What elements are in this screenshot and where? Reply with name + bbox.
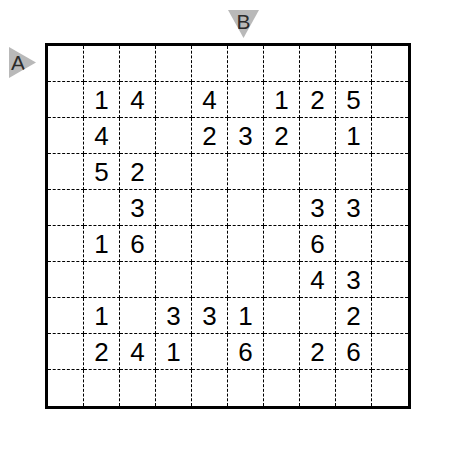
cell-r6c10[interactable]	[372, 226, 408, 262]
cell-r3c6[interactable]: 3	[228, 118, 264, 154]
cell-r2c7[interactable]: 1	[264, 82, 300, 118]
cell-r10c8[interactable]	[300, 370, 336, 406]
cell-r5c5[interactable]	[192, 190, 228, 226]
clue-number: 3	[166, 303, 180, 329]
clue-number: 1	[274, 87, 288, 113]
cell-r2c9[interactable]: 5	[336, 82, 372, 118]
cell-r9c10[interactable]	[372, 334, 408, 370]
clue-number: 6	[310, 231, 324, 257]
cell-r10c6[interactable]	[228, 370, 264, 406]
cell-r7c5[interactable]	[192, 262, 228, 298]
cell-r1c2[interactable]	[84, 46, 120, 82]
cell-r3c8[interactable]	[300, 118, 336, 154]
puzzle-page: A B 14412542321523331664313312241626	[0, 0, 457, 455]
cell-r3c2[interactable]: 4	[84, 118, 120, 154]
cell-r1c6[interactable]	[228, 46, 264, 82]
cell-r1c3[interactable]	[120, 46, 156, 82]
cell-r1c8[interactable]	[300, 46, 336, 82]
cell-r10c1[interactable]	[48, 370, 84, 406]
cell-r8c10[interactable]	[372, 298, 408, 334]
cell-r4c9[interactable]	[336, 154, 372, 190]
cell-r9c3[interactable]: 4	[120, 334, 156, 370]
clue-number: 4	[130, 87, 144, 113]
cell-r6c2[interactable]: 1	[84, 226, 120, 262]
clue-number: 4	[130, 339, 144, 365]
cell-r7c8[interactable]: 4	[300, 262, 336, 298]
answer-column-marker-b: B	[228, 10, 259, 38]
cell-r10c3[interactable]	[120, 370, 156, 406]
clue-number: 1	[238, 303, 252, 329]
cell-r7c10[interactable]	[372, 262, 408, 298]
cell-r2c1[interactable]	[48, 82, 84, 118]
clue-number: 2	[130, 159, 144, 185]
cell-r10c10[interactable]	[372, 370, 408, 406]
cell-r1c9[interactable]	[336, 46, 372, 82]
cell-r8c2[interactable]: 1	[84, 298, 120, 334]
cell-r3c1[interactable]	[48, 118, 84, 154]
cell-r6c3[interactable]: 6	[120, 226, 156, 262]
cell-r3c7[interactable]: 2	[264, 118, 300, 154]
clue-number: 2	[202, 123, 216, 149]
marker-b-label: B	[236, 11, 250, 32]
cell-r4c6[interactable]	[228, 154, 264, 190]
cell-r9c7[interactable]	[264, 334, 300, 370]
cell-r5c1[interactable]	[48, 190, 84, 226]
cell-r7c1[interactable]	[48, 262, 84, 298]
clue-number: 4	[202, 87, 216, 113]
cell-r9c9[interactable]: 6	[336, 334, 372, 370]
marker-a-label: A	[11, 52, 25, 73]
cell-r6c4[interactable]	[156, 226, 192, 262]
cell-r1c7[interactable]	[264, 46, 300, 82]
cell-r9c4[interactable]: 1	[156, 334, 192, 370]
cell-r4c1[interactable]	[48, 154, 84, 190]
cell-r8c3[interactable]	[120, 298, 156, 334]
cell-r8c5[interactable]: 3	[192, 298, 228, 334]
cell-r6c7[interactable]	[264, 226, 300, 262]
cell-r1c10[interactable]	[372, 46, 408, 82]
cell-r10c4[interactable]	[156, 370, 192, 406]
clue-number: 2	[94, 339, 108, 365]
cell-r4c4[interactable]	[156, 154, 192, 190]
cell-r4c10[interactable]	[372, 154, 408, 190]
puzzle-board: 14412542321523331664313312241626	[45, 43, 411, 409]
clue-number: 2	[274, 123, 288, 149]
cell-r8c1[interactable]	[48, 298, 84, 334]
cell-r7c4[interactable]	[156, 262, 192, 298]
cell-r7c7[interactable]	[264, 262, 300, 298]
clue-number: 6	[238, 339, 252, 365]
clue-number: 6	[130, 231, 144, 257]
cell-r7c9[interactable]: 3	[336, 262, 372, 298]
cell-r10c5[interactable]	[192, 370, 228, 406]
cell-r2c4[interactable]	[156, 82, 192, 118]
cell-r4c5[interactable]	[192, 154, 228, 190]
clue-number: 3	[202, 303, 216, 329]
cell-r8c8[interactable]	[300, 298, 336, 334]
cell-r2c2[interactable]: 1	[84, 82, 120, 118]
cell-r2c8[interactable]: 2	[300, 82, 336, 118]
cell-r4c3[interactable]: 2	[120, 154, 156, 190]
cell-r8c6[interactable]: 1	[228, 298, 264, 334]
cell-r1c4[interactable]	[156, 46, 192, 82]
cell-r7c3[interactable]	[120, 262, 156, 298]
cell-r8c7[interactable]	[264, 298, 300, 334]
puzzle-grid: 14412542321523331664313312241626	[48, 46, 408, 406]
clue-number: 1	[94, 303, 108, 329]
cell-r9c2[interactable]: 2	[84, 334, 120, 370]
cell-r5c2[interactable]	[84, 190, 120, 226]
cell-r10c7[interactable]	[264, 370, 300, 406]
cell-r3c9[interactable]: 1	[336, 118, 372, 154]
cell-r7c2[interactable]	[84, 262, 120, 298]
cell-r3c5[interactable]: 2	[192, 118, 228, 154]
clue-number: 3	[346, 267, 360, 293]
cell-r1c5[interactable]	[192, 46, 228, 82]
cell-r5c4[interactable]	[156, 190, 192, 226]
cell-r7c6[interactable]	[228, 262, 264, 298]
cell-r5c10[interactable]	[372, 190, 408, 226]
cell-r10c9[interactable]	[336, 370, 372, 406]
clue-number: 3	[310, 195, 324, 221]
clue-number: 2	[310, 339, 324, 365]
clue-number: 1	[166, 339, 180, 365]
cell-r6c5[interactable]	[192, 226, 228, 262]
cell-r9c5[interactable]	[192, 334, 228, 370]
cell-r1c1[interactable]	[48, 46, 84, 82]
cell-r2c6[interactable]	[228, 82, 264, 118]
clue-number: 2	[310, 87, 324, 113]
cell-r6c9[interactable]	[336, 226, 372, 262]
clue-number: 1	[94, 87, 108, 113]
clue-number: 4	[310, 267, 324, 293]
cell-r6c1[interactable]	[48, 226, 84, 262]
cell-r4c8[interactable]	[300, 154, 336, 190]
cell-r9c6[interactable]: 6	[228, 334, 264, 370]
clue-number: 5	[94, 159, 108, 185]
clue-number: 3	[130, 195, 144, 221]
cell-r10c2[interactable]	[84, 370, 120, 406]
cell-r3c10[interactable]	[372, 118, 408, 154]
cell-r2c3[interactable]: 4	[120, 82, 156, 118]
cell-r9c1[interactable]	[48, 334, 84, 370]
clue-number: 3	[346, 195, 360, 221]
clue-number: 4	[94, 123, 108, 149]
clue-number: 6	[346, 339, 360, 365]
cell-r5c3[interactable]: 3	[120, 190, 156, 226]
clue-number: 2	[346, 303, 360, 329]
cell-r3c4[interactable]	[156, 118, 192, 154]
cell-r9c8[interactable]: 2	[300, 334, 336, 370]
clue-number: 1	[346, 123, 360, 149]
cell-r2c5[interactable]: 4	[192, 82, 228, 118]
cell-r2c10[interactable]	[372, 82, 408, 118]
cell-r8c9[interactable]: 2	[336, 298, 372, 334]
cell-r5c7[interactable]	[264, 190, 300, 226]
cell-r4c7[interactable]	[264, 154, 300, 190]
cell-r3c3[interactable]	[120, 118, 156, 154]
cell-r5c9[interactable]: 3	[336, 190, 372, 226]
clue-number: 3	[238, 123, 252, 149]
cell-r6c8[interactable]: 6	[300, 226, 336, 262]
answer-row-marker-a: A	[9, 47, 36, 78]
clue-number: 1	[94, 231, 108, 257]
clue-number: 5	[346, 87, 360, 113]
cell-r5c8[interactable]: 3	[300, 190, 336, 226]
cell-r4c2[interactable]: 5	[84, 154, 120, 190]
cell-r5c6[interactable]	[228, 190, 264, 226]
cell-r6c6[interactable]	[228, 226, 264, 262]
cell-r8c4[interactable]: 3	[156, 298, 192, 334]
